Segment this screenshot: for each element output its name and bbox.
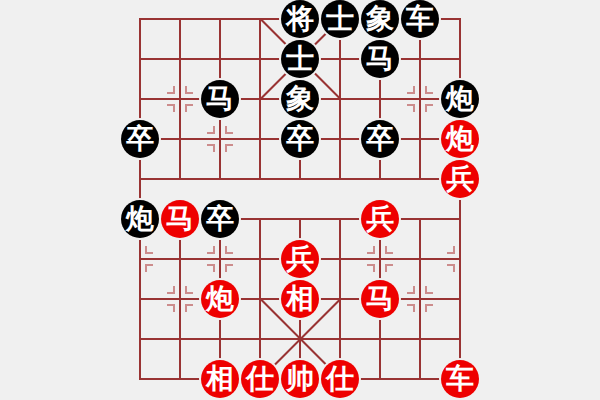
- black-elephant[interactable]: 象: [281, 80, 319, 118]
- black-soldier[interactable]: 卒: [201, 200, 239, 238]
- red-chariot[interactable]: 车: [441, 360, 479, 398]
- black-horse[interactable]: 马: [201, 80, 239, 118]
- red-cannon[interactable]: 炮: [441, 120, 479, 158]
- red-soldier[interactable]: 兵: [281, 240, 319, 278]
- black-cannon[interactable]: 炮: [441, 80, 479, 118]
- black-soldier[interactable]: 卒: [121, 120, 159, 158]
- red-cannon[interactable]: 炮: [201, 280, 239, 318]
- red-advisor[interactable]: 仕: [321, 360, 359, 398]
- black-advisor[interactable]: 士: [281, 40, 319, 78]
- black-elephant[interactable]: 象: [361, 0, 399, 38]
- red-advisor[interactable]: 仕: [241, 360, 279, 398]
- black-advisor[interactable]: 士: [321, 0, 359, 38]
- black-cannon[interactable]: 炮: [121, 200, 159, 238]
- black-soldier[interactable]: 卒: [281, 120, 319, 158]
- red-general[interactable]: 帅: [281, 360, 319, 398]
- black-horse[interactable]: 马: [361, 40, 399, 78]
- red-elephant[interactable]: 相: [281, 280, 319, 318]
- black-general[interactable]: 将: [281, 0, 319, 38]
- red-elephant[interactable]: 相: [201, 360, 239, 398]
- xiangqi-board-screen: 将士象车士马马象炮卒卒卒炮兵炮马卒兵兵炮相马相仕帅仕车: [0, 0, 600, 400]
- black-chariot[interactable]: 车: [401, 0, 439, 38]
- pieces-layer: 将士象车士马马象炮卒卒卒炮兵炮马卒兵兵炮相马相仕帅仕车: [120, 0, 480, 399]
- red-soldier[interactable]: 兵: [361, 200, 399, 238]
- red-horse[interactable]: 马: [361, 280, 399, 318]
- red-soldier[interactable]: 兵: [441, 160, 479, 198]
- black-soldier[interactable]: 卒: [361, 120, 399, 158]
- red-horse[interactable]: 马: [161, 200, 199, 238]
